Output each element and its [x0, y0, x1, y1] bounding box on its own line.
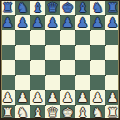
black-bishop-icon[interactable]: ♝: [77, 0, 89, 15]
white-knight-icon[interactable]: ♞: [92, 105, 104, 120]
square-g6[interactable]: [90, 30, 105, 45]
white-pawn-icon[interactable]: ♟: [62, 90, 74, 105]
white-pawn-icon[interactable]: ♟: [77, 90, 89, 105]
black-rook-icon[interactable]: ♜: [2, 0, 14, 15]
square-f4[interactable]: [75, 60, 90, 75]
black-pawn-icon[interactable]: ♟: [62, 15, 74, 30]
white-pawn-icon[interactable]: ♟: [2, 90, 14, 105]
white-pawn-icon[interactable]: ♟: [92, 90, 104, 105]
square-b5[interactable]: [15, 45, 30, 60]
white-pawn-icon[interactable]: ♟: [47, 90, 59, 105]
black-bishop-icon[interactable]: ♝: [32, 0, 44, 15]
black-pawn-icon[interactable]: ♟: [77, 15, 89, 30]
black-pawn-icon[interactable]: ♟: [47, 15, 59, 30]
square-c7[interactable]: ♟: [30, 15, 45, 30]
square-d3[interactable]: [45, 75, 60, 90]
white-rook-icon[interactable]: ♜: [2, 105, 14, 120]
square-h3[interactable]: [105, 75, 120, 90]
square-f7[interactable]: ♟: [75, 15, 90, 30]
chess-board: ♜♞♝♛♚♝♞♜♟♟♟♟♟♟♟♟♟♟♟♟♟♟♟♟♜♞♝♛♚♝♞♜: [0, 0, 120, 120]
white-queen-icon[interactable]: ♛: [47, 105, 59, 120]
square-f2[interactable]: ♟: [75, 90, 90, 105]
black-rook-icon[interactable]: ♜: [107, 0, 119, 15]
square-d6[interactable]: [45, 30, 60, 45]
square-a7[interactable]: ♟: [0, 15, 15, 30]
black-pawn-icon[interactable]: ♟: [92, 15, 104, 30]
square-g4[interactable]: [90, 60, 105, 75]
square-g8[interactable]: ♞: [90, 0, 105, 15]
square-a8[interactable]: ♜: [0, 0, 15, 15]
black-pawn-icon[interactable]: ♟: [2, 15, 14, 30]
white-rook-icon[interactable]: ♜: [107, 105, 119, 120]
square-h7[interactable]: ♟: [105, 15, 120, 30]
square-b6[interactable]: [15, 30, 30, 45]
square-f5[interactable]: [75, 45, 90, 60]
square-h2[interactable]: ♟: [105, 90, 120, 105]
square-e6[interactable]: [60, 30, 75, 45]
square-c5[interactable]: [30, 45, 45, 60]
square-e1[interactable]: ♚: [60, 105, 75, 120]
square-c8[interactable]: ♝: [30, 0, 45, 15]
square-h1[interactable]: ♜: [105, 105, 120, 120]
white-pawn-icon[interactable]: ♟: [17, 90, 29, 105]
square-e7[interactable]: ♟: [60, 15, 75, 30]
square-b7[interactable]: ♟: [15, 15, 30, 30]
white-pawn-icon[interactable]: ♟: [32, 90, 44, 105]
square-a1[interactable]: ♜: [0, 105, 15, 120]
square-d1[interactable]: ♛: [45, 105, 60, 120]
black-king-icon[interactable]: ♚: [62, 0, 74, 15]
square-b2[interactable]: ♟: [15, 90, 30, 105]
square-h5[interactable]: [105, 45, 120, 60]
square-d8[interactable]: ♛: [45, 0, 60, 15]
square-d7[interactable]: ♟: [45, 15, 60, 30]
square-e8[interactable]: ♚: [60, 0, 75, 15]
white-king-icon[interactable]: ♚: [62, 105, 74, 120]
square-d2[interactable]: ♟: [45, 90, 60, 105]
white-bishop-icon[interactable]: ♝: [32, 105, 44, 120]
square-g1[interactable]: ♞: [90, 105, 105, 120]
square-g3[interactable]: [90, 75, 105, 90]
square-f8[interactable]: ♝: [75, 0, 90, 15]
square-c3[interactable]: [30, 75, 45, 90]
square-a4[interactable]: [0, 60, 15, 75]
square-c6[interactable]: [30, 30, 45, 45]
square-a6[interactable]: [0, 30, 15, 45]
square-c2[interactable]: ♟: [30, 90, 45, 105]
square-g7[interactable]: ♟: [90, 15, 105, 30]
black-pawn-icon[interactable]: ♟: [32, 15, 44, 30]
square-a2[interactable]: ♟: [0, 90, 15, 105]
square-f6[interactable]: [75, 30, 90, 45]
square-h8[interactable]: ♜: [105, 0, 120, 15]
square-g2[interactable]: ♟: [90, 90, 105, 105]
square-h4[interactable]: [105, 60, 120, 75]
square-b3[interactable]: [15, 75, 30, 90]
square-b8[interactable]: ♞: [15, 0, 30, 15]
square-f1[interactable]: ♝: [75, 105, 90, 120]
square-e3[interactable]: [60, 75, 75, 90]
square-e4[interactable]: [60, 60, 75, 75]
square-c1[interactable]: ♝: [30, 105, 45, 120]
black-queen-icon[interactable]: ♛: [47, 0, 59, 15]
square-a5[interactable]: [0, 45, 15, 60]
square-e2[interactable]: ♟: [60, 90, 75, 105]
black-pawn-icon[interactable]: ♟: [17, 15, 29, 30]
white-knight-icon[interactable]: ♞: [17, 105, 29, 120]
black-knight-icon[interactable]: ♞: [17, 0, 29, 15]
square-f3[interactable]: [75, 75, 90, 90]
white-bishop-icon[interactable]: ♝: [77, 105, 89, 120]
square-h6[interactable]: [105, 30, 120, 45]
square-g5[interactable]: [90, 45, 105, 60]
square-d5[interactable]: [45, 45, 60, 60]
board-grid: ♜♞♝♛♚♝♞♜♟♟♟♟♟♟♟♟♟♟♟♟♟♟♟♟♜♞♝♛♚♝♞♜: [0, 0, 120, 120]
white-pawn-icon[interactable]: ♟: [107, 90, 119, 105]
square-d4[interactable]: [45, 60, 60, 75]
square-c4[interactable]: [30, 60, 45, 75]
black-knight-icon[interactable]: ♞: [92, 0, 104, 15]
square-b4[interactable]: [15, 60, 30, 75]
square-e5[interactable]: [60, 45, 75, 60]
square-b1[interactable]: ♞: [15, 105, 30, 120]
square-a3[interactable]: [0, 75, 15, 90]
black-pawn-icon[interactable]: ♟: [107, 15, 119, 30]
